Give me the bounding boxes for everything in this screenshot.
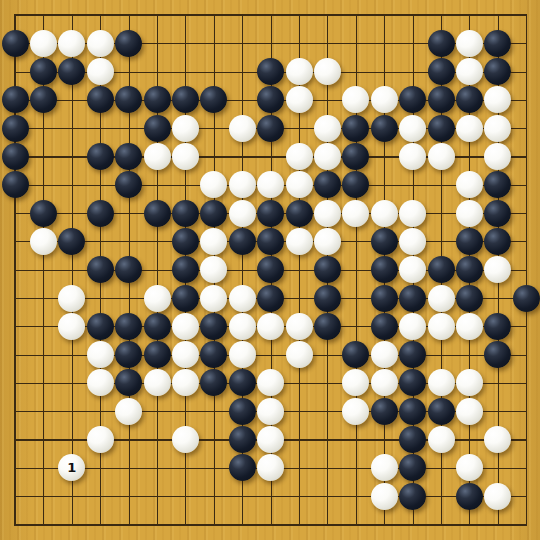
stone-white-r8c13[interactable] — [342, 200, 369, 227]
stone-white-r4c11[interactable] — [286, 86, 313, 113]
stone-white-r7c17[interactable] — [456, 171, 483, 198]
stone-black-r10c17[interactable] — [456, 256, 483, 283]
stone-white-r14c4[interactable] — [87, 369, 114, 396]
stone-black-r13c5[interactable] — [115, 341, 142, 368]
stone-white-r16c7[interactable] — [172, 426, 199, 453]
stone-white-r13c4[interactable] — [87, 341, 114, 368]
stone-white-r8c12[interactable] — [314, 200, 341, 227]
move-number-label: 1 — [58, 454, 85, 481]
stone-white-r14c14[interactable] — [371, 369, 398, 396]
stone-black-r10c14[interactable] — [371, 256, 398, 283]
stone-white-r16c10[interactable] — [257, 426, 284, 453]
stone-white-r13c9[interactable] — [229, 341, 256, 368]
stone-black-r5c14[interactable] — [371, 115, 398, 142]
stone-white-r11c3[interactable] — [58, 285, 85, 312]
stone-black-r8c4[interactable] — [87, 200, 114, 227]
stone-white-r5c7[interactable] — [172, 115, 199, 142]
stone-black-r15c9[interactable] — [229, 398, 256, 425]
stone-black-r18c17[interactable] — [456, 483, 483, 510]
stone-black-r5c13[interactable] — [342, 115, 369, 142]
stone-black-r3c16[interactable] — [428, 58, 455, 85]
stone-black-r12c12[interactable] — [314, 313, 341, 340]
stone-white-r18c14[interactable] — [371, 483, 398, 510]
stone-black-r12c4[interactable] — [87, 313, 114, 340]
stone-white-r5c9[interactable] — [229, 115, 256, 142]
stone-black-r8c8[interactable] — [200, 200, 227, 227]
stone-white-r17c17[interactable] — [456, 454, 483, 481]
stone-white-r11c8[interactable] — [200, 285, 227, 312]
stone-white-r9c8[interactable] — [200, 228, 227, 255]
stone-white-r15c13[interactable] — [342, 398, 369, 425]
stone-white-r15c17[interactable] — [456, 398, 483, 425]
stone-white-r16c16[interactable] — [428, 426, 455, 453]
stone-white-r12c15[interactable] — [399, 313, 426, 340]
stone-white-r13c7[interactable] — [172, 341, 199, 368]
stone-black-r9c17[interactable] — [456, 228, 483, 255]
stone-white-r12c9[interactable] — [229, 313, 256, 340]
stone-black-r11c12[interactable] — [314, 285, 341, 312]
stone-black-r4c1[interactable] — [2, 86, 29, 113]
stone-black-r4c6[interactable] — [144, 86, 171, 113]
stone-black-r5c16[interactable] — [428, 115, 455, 142]
stone-white-r17c14[interactable] — [371, 454, 398, 481]
stone-black-r9c7[interactable] — [172, 228, 199, 255]
stone-white-r5c12[interactable] — [314, 115, 341, 142]
stone-white-r12c3[interactable] — [58, 313, 85, 340]
stone-black-r8c18[interactable] — [484, 200, 511, 227]
stone-black-r15c14[interactable] — [371, 398, 398, 425]
stone-black-r12c8[interactable] — [200, 313, 227, 340]
stone-black-r8c11[interactable] — [286, 200, 313, 227]
stone-white-r9c11[interactable] — [286, 228, 313, 255]
stone-black-r12c18[interactable] — [484, 313, 511, 340]
stone-white-r9c2[interactable] — [30, 228, 57, 255]
stone-white-r15c5[interactable] — [115, 398, 142, 425]
stone-black-r17c9[interactable] — [229, 454, 256, 481]
stone-black-r11c17[interactable] — [456, 285, 483, 312]
stone-black-r12c6[interactable] — [144, 313, 171, 340]
stone-white-r6c16[interactable] — [428, 143, 455, 170]
stone-black-r16c15[interactable] — [399, 426, 426, 453]
stone-white-r8c17[interactable] — [456, 200, 483, 227]
stone-black-r10c12[interactable] — [314, 256, 341, 283]
stone-white-r11c9[interactable] — [229, 285, 256, 312]
stone-white-r13c11[interactable] — [286, 341, 313, 368]
stone-black-r10c7[interactable] — [172, 256, 199, 283]
stone-black-r4c4[interactable] — [87, 86, 114, 113]
stone-black-r13c15[interactable] — [399, 341, 426, 368]
stone-white-r6c6[interactable] — [144, 143, 171, 170]
stone-white-r18c18[interactable] — [484, 483, 511, 510]
stone-black-r2c1[interactable] — [2, 30, 29, 57]
stone-white-r16c4[interactable] — [87, 426, 114, 453]
go-board[interactable]: 1 — [0, 0, 540, 540]
stone-black-r5c10[interactable] — [257, 115, 284, 142]
stone-white-r3c11[interactable] — [286, 58, 313, 85]
stone-white-r14c16[interactable] — [428, 369, 455, 396]
stone-black-r9c10[interactable] — [257, 228, 284, 255]
stone-white-r6c15[interactable] — [399, 143, 426, 170]
stone-black-r13c6[interactable] — [144, 341, 171, 368]
stone-black-r3c10[interactable] — [257, 58, 284, 85]
stone-black-r16c9[interactable] — [229, 426, 256, 453]
stone-black-r10c16[interactable] — [428, 256, 455, 283]
stone-white-r5c15[interactable] — [399, 115, 426, 142]
stone-black-r15c16[interactable] — [428, 398, 455, 425]
stone-white-r3c17[interactable] — [456, 58, 483, 85]
stone-white-r3c12[interactable] — [314, 58, 341, 85]
stone-black-r11c14[interactable] — [371, 285, 398, 312]
stone-black-r6c4[interactable] — [87, 143, 114, 170]
stone-white-r2c2[interactable] — [30, 30, 57, 57]
stone-black-r8c7[interactable] — [172, 200, 199, 227]
stone-black-r4c16[interactable] — [428, 86, 455, 113]
stone-black-r11c10[interactable] — [257, 285, 284, 312]
stone-black-r9c9[interactable] — [229, 228, 256, 255]
stone-black-r8c6[interactable] — [144, 200, 171, 227]
stone-black-r7c12[interactable] — [314, 171, 341, 198]
stone-black-r8c2[interactable] — [30, 200, 57, 227]
stone-white-r12c10[interactable] — [257, 313, 284, 340]
stone-black-r10c4[interactable] — [87, 256, 114, 283]
stone-black-r2c18[interactable] — [484, 30, 511, 57]
stone-white-r17c3[interactable]: 1 — [58, 454, 85, 481]
stone-black-r14c9[interactable] — [229, 369, 256, 396]
stone-black-r8c10[interactable] — [257, 200, 284, 227]
stone-black-r12c5[interactable] — [115, 313, 142, 340]
stone-white-r2c3[interactable] — [58, 30, 85, 57]
stone-black-r3c2[interactable] — [30, 58, 57, 85]
stone-white-r2c17[interactable] — [456, 30, 483, 57]
stone-white-r11c16[interactable] — [428, 285, 455, 312]
stone-white-r7c9[interactable] — [229, 171, 256, 198]
stone-white-r12c17[interactable] — [456, 313, 483, 340]
stone-white-r12c7[interactable] — [172, 313, 199, 340]
stone-white-r6c12[interactable] — [314, 143, 341, 170]
stone-white-r8c9[interactable] — [229, 200, 256, 227]
stone-white-r11c6[interactable] — [144, 285, 171, 312]
stone-black-r12c14[interactable] — [371, 313, 398, 340]
stone-white-r5c18[interactable] — [484, 115, 511, 142]
stone-white-r14c6[interactable] — [144, 369, 171, 396]
stone-white-r8c15[interactable] — [399, 200, 426, 227]
stone-black-r7c1[interactable] — [2, 171, 29, 198]
stone-white-r9c15[interactable] — [399, 228, 426, 255]
stone-black-r2c16[interactable] — [428, 30, 455, 57]
stone-white-r4c14[interactable] — [371, 86, 398, 113]
stone-white-r8c14[interactable] — [371, 200, 398, 227]
stone-white-r3c4[interactable] — [87, 58, 114, 85]
stone-black-r11c7[interactable] — [172, 285, 199, 312]
stone-white-r7c11[interactable] — [286, 171, 313, 198]
stone-white-r2c4[interactable] — [87, 30, 114, 57]
stone-black-r9c14[interactable] — [371, 228, 398, 255]
stone-black-r2c5[interactable] — [115, 30, 142, 57]
stone-white-r12c11[interactable] — [286, 313, 313, 340]
stone-black-r11c15[interactable] — [399, 285, 426, 312]
stone-black-r5c6[interactable] — [144, 115, 171, 142]
stone-black-r18c15[interactable] — [399, 483, 426, 510]
stone-white-r6c7[interactable] — [172, 143, 199, 170]
stone-black-r15c15[interactable] — [399, 398, 426, 425]
stone-black-r6c1[interactable] — [2, 143, 29, 170]
stone-white-r12c16[interactable] — [428, 313, 455, 340]
stone-white-r9c12[interactable] — [314, 228, 341, 255]
stone-black-r9c3[interactable] — [58, 228, 85, 255]
stone-black-r5c1[interactable] — [2, 115, 29, 142]
stone-white-r6c11[interactable] — [286, 143, 313, 170]
stone-black-r6c5[interactable] — [115, 143, 142, 170]
stone-white-r13c14[interactable] — [371, 341, 398, 368]
stone-white-r5c17[interactable] — [456, 115, 483, 142]
stone-white-r15c10[interactable] — [257, 398, 284, 425]
stone-black-r9c18[interactable] — [484, 228, 511, 255]
stone-black-r11c19[interactable] — [513, 285, 540, 312]
